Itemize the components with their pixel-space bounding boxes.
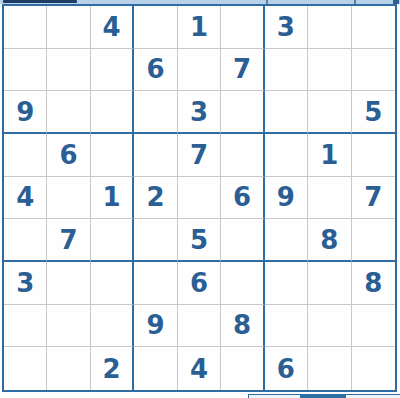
cell-r6c3[interactable] (91, 219, 134, 262)
cell-r7c3[interactable] (91, 262, 134, 305)
cell-r3c9[interactable]: 5 (352, 91, 395, 134)
cell-r8c5[interactable] (178, 305, 221, 348)
cell-r4c5[interactable]: 7 (178, 134, 221, 177)
cell-r9c2[interactable] (47, 347, 90, 390)
clipped-toolbar-accent (3, 0, 77, 3)
cell-r7c4[interactable] (134, 262, 177, 305)
cell-r9c9[interactable] (352, 347, 395, 390)
cell-r5c4[interactable]: 2 (134, 177, 177, 220)
cell-r5c3[interactable]: 1 (91, 177, 134, 220)
cell-r2c9[interactable] (352, 49, 395, 92)
cell-r3c4[interactable] (134, 91, 177, 134)
cell-r3c2[interactable] (47, 91, 90, 134)
clipped-button-row (248, 394, 400, 398)
cell-r8c7[interactable] (265, 305, 308, 348)
cell-r7c5[interactable]: 6 (178, 262, 221, 305)
cell-r9c6[interactable] (221, 347, 264, 390)
cell-r6c4[interactable] (134, 219, 177, 262)
cell-r5c8[interactable] (308, 177, 351, 220)
cell-r8c6[interactable]: 8 (221, 305, 264, 348)
cell-r1c2[interactable] (47, 6, 90, 49)
cell-r8c4[interactable]: 9 (134, 305, 177, 348)
cell-r2c5[interactable] (178, 49, 221, 92)
cell-r4c3[interactable] (91, 134, 134, 177)
sudoku-page: 4136793567141269775836898246 (0, 0, 400, 398)
cell-r9c5[interactable]: 4 (178, 347, 221, 390)
cell-r4c7[interactable] (265, 134, 308, 177)
cell-r4c4[interactable] (134, 134, 177, 177)
cell-r4c2[interactable]: 6 (47, 134, 90, 177)
cell-r5c7[interactable]: 9 (265, 177, 308, 220)
cell-r3c8[interactable] (308, 91, 351, 134)
cell-r9c8[interactable] (308, 347, 351, 390)
cell-r9c3[interactable]: 2 (91, 347, 134, 390)
cell-r7c1[interactable]: 3 (4, 262, 47, 305)
cell-r9c1[interactable] (4, 347, 47, 390)
cell-r9c4[interactable] (134, 347, 177, 390)
cell-r1c7[interactable]: 3 (265, 6, 308, 49)
cell-r8c2[interactable] (47, 305, 90, 348)
cell-r3c6[interactable] (221, 91, 264, 134)
cell-r6c9[interactable] (352, 219, 395, 262)
cell-r6c2[interactable]: 7 (47, 219, 90, 262)
cell-r7c6[interactable] (221, 262, 264, 305)
cell-r9c7[interactable]: 6 (265, 347, 308, 390)
cell-r4c6[interactable] (221, 134, 264, 177)
cell-r5c9[interactable]: 7 (352, 177, 395, 220)
cell-r7c7[interactable] (265, 262, 308, 305)
cell-r1c3[interactable]: 4 (91, 6, 134, 49)
cell-r2c3[interactable] (91, 49, 134, 92)
cell-r1c5[interactable]: 1 (178, 6, 221, 49)
cell-r1c4[interactable] (134, 6, 177, 49)
cell-r7c8[interactable] (308, 262, 351, 305)
cell-r8c1[interactable] (4, 305, 47, 348)
cell-r4c1[interactable] (4, 134, 47, 177)
cell-r1c1[interactable] (4, 6, 47, 49)
clipped-bottom-controls (0, 394, 400, 398)
cell-r5c2[interactable] (47, 177, 90, 220)
cell-r6c1[interactable] (4, 219, 47, 262)
cell-r6c5[interactable]: 5 (178, 219, 221, 262)
cell-r8c9[interactable] (352, 305, 395, 348)
cell-r3c1[interactable]: 9 (4, 91, 47, 134)
cell-r6c7[interactable] (265, 219, 308, 262)
cell-r1c8[interactable] (308, 6, 351, 49)
cell-r5c5[interactable] (178, 177, 221, 220)
cell-r6c8[interactable]: 8 (308, 219, 351, 262)
cell-r2c4[interactable]: 6 (134, 49, 177, 92)
cell-r1c9[interactable] (352, 6, 395, 49)
cell-r3c3[interactable] (91, 91, 134, 134)
cell-r2c2[interactable] (47, 49, 90, 92)
cell-r4c8[interactable]: 1 (308, 134, 351, 177)
cell-r2c1[interactable] (4, 49, 47, 92)
cell-r1c6[interactable] (221, 6, 264, 49)
cell-r3c7[interactable] (265, 91, 308, 134)
cell-r2c6[interactable]: 7 (221, 49, 264, 92)
cell-r7c9[interactable]: 8 (352, 262, 395, 305)
cell-r5c1[interactable]: 4 (4, 177, 47, 220)
cell-r2c8[interactable] (308, 49, 351, 92)
cell-r2c7[interactable] (265, 49, 308, 92)
cell-r4c9[interactable] (352, 134, 395, 177)
cell-r8c8[interactable] (308, 305, 351, 348)
cell-r5c6[interactable]: 6 (221, 177, 264, 220)
cell-r7c2[interactable] (47, 262, 90, 305)
sudoku-board: 4136793567141269775836898246 (2, 4, 397, 392)
cell-r6c6[interactable] (221, 219, 264, 262)
cell-r3c5[interactable]: 3 (178, 91, 221, 134)
cell-r8c3[interactable] (91, 305, 134, 348)
